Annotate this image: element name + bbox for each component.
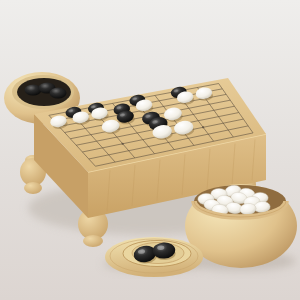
go-set-photo — [0, 0, 300, 300]
scene — [0, 0, 300, 300]
black-stone — [25, 85, 42, 96]
bowl-lid — [105, 237, 203, 277]
hoshi-point — [202, 126, 204, 128]
hoshi-point — [122, 143, 124, 145]
black-stone — [50, 88, 67, 99]
